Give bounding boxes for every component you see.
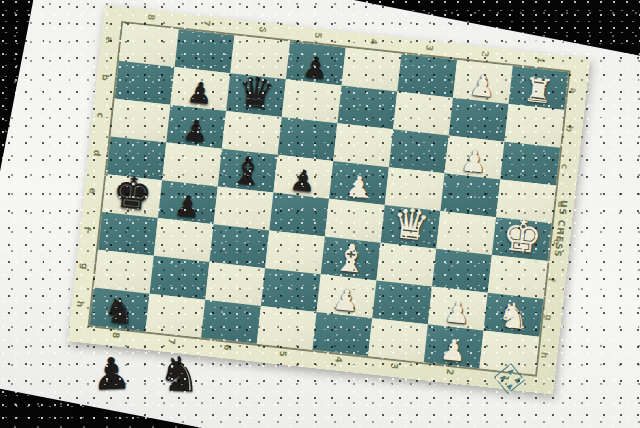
captured-black-pawn[interactable]: ♟	[91, 351, 132, 396]
coordinate-label-c: c	[562, 161, 568, 172]
coordinate-label-c: c	[97, 110, 103, 121]
square-a2[interactable]: ♟	[453, 60, 513, 104]
square-e3[interactable]: ♛	[381, 205, 441, 249]
black-pawn-a5[interactable]: ♟	[301, 52, 330, 84]
white-bishop-f4[interactable]: ♝	[332, 238, 370, 280]
square-f3[interactable]	[376, 243, 436, 287]
square-h8[interactable]: ♞	[90, 287, 150, 331]
square-a1[interactable]: ♜	[509, 66, 569, 110]
black-knight-h8[interactable]: ♞	[102, 292, 137, 330]
coordinate-label-g: g	[545, 312, 553, 323]
square-f2[interactable]	[432, 249, 492, 293]
square-b8[interactable]	[115, 61, 175, 105]
square-d7[interactable]	[162, 143, 222, 187]
coordinate-label-1: 1	[537, 55, 544, 66]
white-pawn-c2[interactable]: ♟	[459, 146, 488, 178]
coordinate-label-b: b	[102, 72, 110, 83]
square-c8[interactable]	[111, 99, 171, 143]
coordinate-label-d: d	[93, 148, 101, 159]
white-rook-a1[interactable]: ♜	[522, 73, 555, 109]
white-knight-g1[interactable]: ♞	[496, 297, 531, 335]
square-e1[interactable]: ♚	[492, 217, 552, 261]
square-d4[interactable]: ♟	[329, 161, 389, 205]
white-pawn-a2[interactable]: ♟	[468, 71, 497, 103]
square-c7[interactable]: ♟	[166, 105, 226, 149]
coordinate-label-8: 8	[112, 330, 119, 341]
coordinate-label-4: 4	[370, 36, 377, 47]
square-b4[interactable]	[337, 85, 397, 129]
white-pawn-g2[interactable]: ♟	[443, 297, 472, 329]
square-c4[interactable]	[333, 123, 393, 167]
square-d2[interactable]	[440, 173, 500, 217]
square-f6[interactable]	[209, 224, 269, 268]
logo-pawn-icon: ♟	[497, 373, 508, 384]
square-a3[interactable]	[397, 54, 457, 98]
coordinate-label-5: 5	[279, 348, 286, 359]
square-d6[interactable]: ♝	[218, 149, 278, 193]
square-b1[interactable]	[504, 104, 564, 148]
coordinate-label-7: 7	[203, 18, 210, 29]
square-e6[interactable]	[214, 186, 274, 230]
square-g4[interactable]: ♟	[317, 274, 377, 318]
square-a5[interactable]: ♟	[286, 42, 346, 86]
black-pawn-b7[interactable]: ♟	[185, 78, 214, 110]
black-pawn-c7[interactable]: ♟	[181, 115, 210, 147]
square-g2[interactable]: ♟	[428, 287, 488, 331]
square-g1[interactable]: ♞	[484, 293, 544, 337]
square-f7[interactable]	[154, 218, 214, 262]
square-e8[interactable]: ♚	[102, 174, 162, 218]
square-h7[interactable]	[145, 294, 205, 338]
coordinate-label-6: 6	[259, 24, 266, 35]
white-pawn-d4[interactable]: ♟	[344, 172, 373, 204]
square-f4[interactable]: ♝	[321, 237, 381, 281]
black-pawn-e7[interactable]: ♟	[173, 191, 202, 223]
square-g5[interactable]	[261, 268, 321, 312]
coordinate-label-e: e	[89, 185, 96, 196]
white-queen-e3[interactable]: ♛	[390, 202, 432, 248]
square-e7[interactable]: ♟	[158, 180, 218, 224]
white-pawn-h2[interactable]: ♟	[439, 335, 468, 367]
coordinate-label-a: a	[570, 86, 577, 97]
square-g3[interactable]	[372, 280, 432, 324]
square-a8[interactable]	[119, 23, 179, 67]
black-bishop-d6[interactable]: ♝	[229, 150, 267, 192]
coordinate-label-6: 6	[224, 342, 231, 353]
coordinate-label-h: h	[541, 350, 548, 361]
square-a7[interactable]	[175, 29, 235, 73]
coordinate-label-4: 4	[335, 354, 342, 365]
board-grid: ♟♟♜♟♛♟♟♝♟♟♚♟♛♚♝♟♟♞♞♟	[90, 23, 569, 374]
photo-scene: ♟♟♜♟♛♟♟♝♟♟♚♟♛♚♝♟♟♞♞♟ 8765432187654321abc…	[0, 0, 640, 428]
square-h6[interactable]	[201, 300, 261, 344]
square-d5[interactable]: ♟	[273, 155, 333, 199]
coordinate-label-5: 5	[314, 30, 321, 41]
square-g8[interactable]	[94, 250, 154, 294]
square-c2[interactable]: ♟	[445, 136, 505, 180]
square-e5[interactable]	[269, 193, 329, 237]
square-b6[interactable]: ♛	[226, 73, 286, 117]
square-c3[interactable]	[389, 129, 449, 173]
square-f5[interactable]	[265, 230, 325, 274]
square-g6[interactable]	[205, 262, 265, 306]
coordinate-label-g: g	[81, 261, 89, 272]
square-b2[interactable]	[449, 98, 509, 142]
us-chess-brand-text: US CHESS	[557, 199, 569, 219]
coordinate-label-f: f	[549, 274, 554, 284]
coordinate-label-8: 8	[147, 12, 154, 23]
white-pawn-g4[interactable]: ♟	[331, 285, 360, 317]
coordinate-label-3: 3	[391, 361, 398, 372]
coordinate-label-2: 2	[446, 367, 453, 378]
square-g7[interactable]	[150, 256, 210, 300]
black-pawn-d5[interactable]: ♟	[288, 165, 317, 197]
square-e2[interactable]	[436, 211, 496, 255]
coordinate-label-b: b	[566, 123, 574, 134]
square-c5[interactable]	[278, 117, 338, 161]
square-h5[interactable]	[257, 306, 317, 350]
square-h2[interactable]: ♟	[424, 324, 484, 368]
black-king-e8[interactable]: ♚	[110, 169, 154, 217]
square-a4[interactable]	[342, 48, 402, 92]
coordinate-label-2: 2	[481, 49, 488, 60]
square-b5[interactable]	[282, 79, 342, 123]
coordinate-label-h: h	[77, 299, 84, 310]
square-b3[interactable]	[393, 92, 453, 136]
square-h4[interactable]	[312, 312, 372, 356]
square-b7[interactable]: ♟	[170, 67, 230, 111]
chess-board: ♟♟♜♟♛♟♟♝♟♟♚♟♛♚♝♟♟♞♞♟ 8765432187654321abc…	[68, 5, 590, 395]
black-queen-b6[interactable]: ♛	[235, 70, 277, 116]
coordinate-label-3: 3	[426, 43, 433, 54]
white-king-e1[interactable]: ♚	[500, 212, 544, 260]
coordinate-label-f: f	[85, 223, 90, 233]
square-h3[interactable]	[368, 318, 428, 362]
coordinate-label-a: a	[106, 34, 113, 45]
captured-black-knight[interactable]: ♞	[157, 349, 202, 399]
square-c1[interactable]	[500, 142, 560, 186]
